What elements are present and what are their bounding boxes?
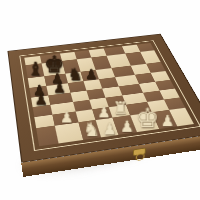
piece-white-pawn[interactable]: ♟ [120, 119, 134, 135]
square-c6[interactable]: ♞ [65, 72, 83, 83]
chess-board-3d: ♝♚♟♞♟♟♟♟♟♟♜♞♟♟♚♟ [7, 34, 200, 163]
piece-black-knight[interactable]: ♞ [68, 67, 83, 84]
piece-white-pawn[interactable]: ♟ [59, 110, 73, 125]
brass-ring-front [135, 153, 144, 162]
piece-black-pawn[interactable]: ♟ [53, 80, 66, 94]
piece-white-pawn[interactable]: ♟ [102, 121, 116, 137]
brass-clasp-front[interactable] [132, 148, 146, 157]
piece-white-rook[interactable]: ♜ [113, 100, 128, 117]
square-c1[interactable]: ♞ [78, 120, 101, 140]
square-b1[interactable] [55, 123, 83, 144]
piece-white-king[interactable]: ♚ [135, 105, 159, 131]
piece-black-bishop[interactable]: ♝ [28, 60, 45, 78]
product-photo-scene: ♝♚♟♞♟♟♟♟♟♟♜♞♟♟♚♟ [0, 0, 200, 200]
piece-white-pawn[interactable]: ♟ [161, 113, 175, 128]
square-a7[interactable]: ♝ [26, 64, 45, 79]
piece-white-knight[interactable]: ♞ [83, 120, 100, 139]
square-d4[interactable] [86, 88, 105, 99]
square-d6[interactable]: ♟ [81, 70, 100, 81]
square-a2[interactable] [34, 115, 55, 129]
chess-field-8x8: ♝♚♟♞♟♟♟♟♟♟♜♞♟♟♚♟ [24, 43, 194, 146]
piece-black-pawn[interactable]: ♟ [35, 92, 48, 107]
piece-black-pawn[interactable]: ♟ [85, 67, 97, 81]
